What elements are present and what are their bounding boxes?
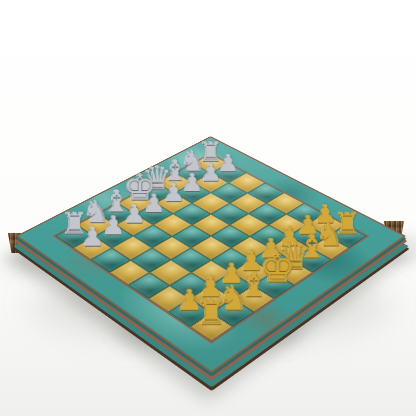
square-h1[interactable]: ♜ — [190, 312, 234, 341]
piece-silver-pawn-h7[interactable]: ♟ — [79, 225, 107, 247]
product-photo-scene: ♜♟♟♜♞♟♟♞♝♟♟♝♛♟♟♛♚♟♟♚♝♟♟♝♞♟♟♞♜♟♟♜ — [0, 0, 416, 416]
piece-gold-rook-h1[interactable]: ♜ — [196, 298, 227, 327]
chess-board: ♜♟♟♜♞♟♟♞♝♟♟♝♛♟♟♛♚♟♟♚♝♟♟♝♞♟♟♞♜♟♟♜ — [16, 136, 406, 373]
square-f4[interactable] — [171, 248, 211, 273]
